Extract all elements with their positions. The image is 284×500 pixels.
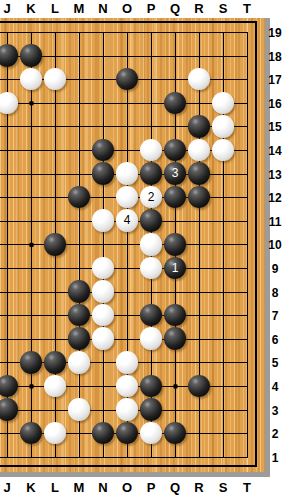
go-board-diagram: JKLMNOPQRST 3124 19181716151413121110987… xyxy=(0,0,284,500)
black-stone-O17 xyxy=(116,68,139,91)
white-stone-M5 xyxy=(68,351,91,374)
column-label-bottom-O: O xyxy=(119,479,135,497)
column-label-bottom-T: T xyxy=(239,479,255,497)
white-stone-R14 xyxy=(188,139,211,162)
row-label-19: 19 xyxy=(266,24,284,42)
black-stone-M6 xyxy=(68,327,91,350)
white-stone-L2 xyxy=(44,422,67,445)
black-stone-R15 xyxy=(188,115,211,138)
black-stone-Q10 xyxy=(164,233,187,256)
move-number-2: 2 xyxy=(140,186,163,209)
column-label-bottom-S: S xyxy=(215,479,231,497)
black-stone-N2 xyxy=(92,422,115,445)
white-stone-O5 xyxy=(116,351,139,374)
black-stone-Q2 xyxy=(164,422,187,445)
column-label-Q: Q xyxy=(167,0,183,18)
black-stone-K5 xyxy=(20,351,43,374)
black-stone-Q9: 1 xyxy=(164,257,187,280)
row-label-18: 18 xyxy=(266,48,284,66)
row-label-6: 6 xyxy=(266,331,284,349)
white-stone-N9 xyxy=(92,257,115,280)
column-label-bottom-M: M xyxy=(71,479,87,497)
black-stone-P4 xyxy=(140,375,163,398)
black-stone-L5 xyxy=(44,351,67,374)
black-stone-Q14 xyxy=(164,139,187,162)
black-stone-L10 xyxy=(44,233,67,256)
column-label-bottom-R: R xyxy=(191,479,207,497)
row-label-11: 11 xyxy=(266,213,284,231)
row-label-9: 9 xyxy=(266,260,284,278)
black-stone-K2 xyxy=(20,422,43,445)
white-stone-P6 xyxy=(140,327,163,350)
row-label-3: 3 xyxy=(266,402,284,420)
column-label-M: M xyxy=(71,0,87,18)
column-label-bottom-J: J xyxy=(0,479,15,497)
row-label-15: 15 xyxy=(266,118,284,136)
row-label-1: 1 xyxy=(266,449,284,467)
black-stone-M7 xyxy=(68,304,91,327)
row-label-5: 5 xyxy=(266,354,284,372)
column-label-R: R xyxy=(191,0,207,18)
white-stone-N6 xyxy=(92,327,115,350)
black-stone-N14 xyxy=(92,139,115,162)
white-stone-S14 xyxy=(212,139,235,162)
row-label-13: 13 xyxy=(266,166,284,184)
white-stone-L17 xyxy=(44,68,67,91)
column-label-O: O xyxy=(119,0,135,18)
move-number-3: 3 xyxy=(164,162,187,185)
white-stone-O13 xyxy=(116,162,139,185)
black-stone-R12 xyxy=(188,186,211,209)
column-label-J: J xyxy=(0,0,15,18)
white-stone-S16 xyxy=(212,92,235,115)
white-stone-O3 xyxy=(116,398,139,421)
white-stone-P2 xyxy=(140,422,163,445)
white-stone-N11 xyxy=(92,209,115,232)
black-stone-M8 xyxy=(68,280,91,303)
column-label-N: N xyxy=(95,0,111,18)
white-stone-S15 xyxy=(212,115,235,138)
row-label-8: 8 xyxy=(266,284,284,302)
white-stone-K17 xyxy=(20,68,43,91)
black-stone-P3 xyxy=(140,398,163,421)
black-stone-M12 xyxy=(68,186,91,209)
white-stone-M3 xyxy=(68,398,91,421)
row-label-7: 7 xyxy=(266,307,284,325)
column-label-P: P xyxy=(143,0,159,18)
black-stone-O2 xyxy=(116,422,139,445)
black-stone-K18 xyxy=(20,44,43,67)
column-label-bottom-L: L xyxy=(47,479,63,497)
row-label-12: 12 xyxy=(266,189,284,207)
column-label-bottom-K: K xyxy=(23,479,39,497)
black-stone-P7 xyxy=(140,304,163,327)
black-stone-Q6 xyxy=(164,327,187,350)
row-label-16: 16 xyxy=(266,95,284,113)
black-stone-Q13: 3 xyxy=(164,162,187,185)
column-label-L: L xyxy=(47,0,63,18)
black-stone-Q7 xyxy=(164,304,187,327)
black-stone-J3 xyxy=(0,398,18,421)
black-stone-Q12 xyxy=(164,186,187,209)
white-stone-O11: 4 xyxy=(116,209,139,232)
black-stone-P13 xyxy=(140,162,163,185)
row-label-4: 4 xyxy=(266,378,284,396)
column-label-K: K xyxy=(23,0,39,18)
black-stone-Q16 xyxy=(164,92,187,115)
row-label-14: 14 xyxy=(266,142,284,160)
board-shadow-bottom xyxy=(0,472,270,477)
move-number-1: 1 xyxy=(164,257,187,280)
black-stone-J18 xyxy=(0,44,18,67)
white-stone-L4 xyxy=(44,375,67,398)
white-stone-N7 xyxy=(92,304,115,327)
row-label-10: 10 xyxy=(266,236,284,254)
black-stone-N13 xyxy=(92,162,115,185)
column-label-T: T xyxy=(239,0,255,18)
black-stone-R13 xyxy=(188,162,211,185)
white-stone-N8 xyxy=(92,280,115,303)
column-label-bottom-N: N xyxy=(95,479,111,497)
column-label-bottom-P: P xyxy=(143,479,159,497)
white-stone-P14 xyxy=(140,139,163,162)
black-stone-P11 xyxy=(140,209,163,232)
stones-layer: 3124 xyxy=(0,20,259,468)
black-stone-R4 xyxy=(188,375,211,398)
black-stone-J4 xyxy=(0,375,18,398)
column-label-S: S xyxy=(215,0,231,18)
white-stone-P12: 2 xyxy=(140,186,163,209)
white-stone-O12 xyxy=(116,186,139,209)
move-number-4: 4 xyxy=(116,209,139,232)
row-label-2: 2 xyxy=(266,425,284,443)
row-label-17: 17 xyxy=(266,71,284,89)
white-stone-O4 xyxy=(116,375,139,398)
white-stone-P10 xyxy=(140,233,163,256)
white-stone-J16 xyxy=(0,92,18,115)
column-label-bottom-Q: Q xyxy=(167,479,183,497)
white-stone-R17 xyxy=(188,68,211,91)
white-stone-P9 xyxy=(140,257,163,280)
